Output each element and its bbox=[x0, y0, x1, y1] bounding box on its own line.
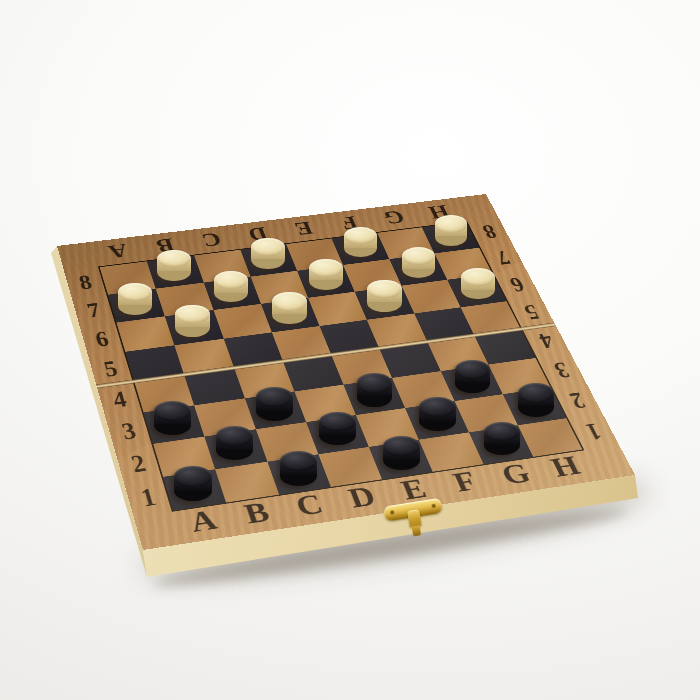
file-top-label-text: C bbox=[199, 228, 224, 251]
file-top-label-text: B bbox=[153, 234, 177, 257]
rank-right-label-text: 6 bbox=[505, 273, 528, 297]
rank-left-label-text: 3 bbox=[118, 417, 138, 446]
rank-right-label-text: 4 bbox=[534, 328, 558, 354]
rank-left-label-text: 5 bbox=[101, 355, 121, 382]
file-top-label-text: E bbox=[292, 217, 317, 239]
playing-grid bbox=[98, 221, 584, 512]
file-top-label-text: F bbox=[337, 212, 361, 234]
rank-right-label-text: 5 bbox=[520, 300, 543, 325]
rank-right-label-text: 8 bbox=[478, 220, 500, 243]
rank-left-label-text: 7 bbox=[84, 298, 103, 323]
rank-left-label-text: 1 bbox=[137, 482, 158, 513]
rank-right-label-text: 7 bbox=[492, 246, 514, 270]
rank-left-label-text: 2 bbox=[128, 449, 149, 479]
file-top-label-text: D bbox=[245, 223, 271, 246]
clasp-hook bbox=[412, 525, 421, 536]
rank-left-label-text: 4 bbox=[109, 386, 129, 414]
clasp-latch-icon bbox=[383, 495, 447, 550]
scene: ABCDEFGH ABCDEFGH 87654321 87654321 bbox=[0, 0, 700, 700]
file-top-label-text: H bbox=[425, 201, 453, 223]
rank-right-label-text: 2 bbox=[565, 387, 590, 414]
rank-left-label-text: 6 bbox=[92, 326, 111, 352]
file-top-label-text: G bbox=[380, 206, 408, 228]
rank-right-label-text: 1 bbox=[581, 418, 607, 446]
rank-left-label-text: 8 bbox=[76, 270, 94, 295]
file-top-label-text: A bbox=[106, 240, 131, 263]
rank-right-label-text: 3 bbox=[549, 357, 573, 384]
